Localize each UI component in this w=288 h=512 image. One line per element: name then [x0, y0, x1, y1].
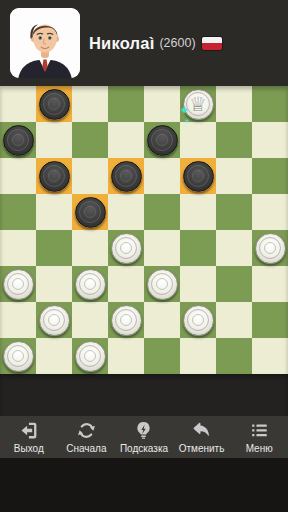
- black-man[interactable]: [39, 161, 70, 192]
- square-g3[interactable]: [216, 266, 252, 302]
- white-man[interactable]: [183, 305, 214, 336]
- undo-curved-arrow-icon: [191, 420, 212, 441]
- square-d4[interactable]: [108, 230, 144, 266]
- square-e5[interactable]: [144, 194, 180, 230]
- square-a5[interactable]: [0, 194, 36, 230]
- square-e3[interactable]: [144, 266, 180, 302]
- bottom-background: [0, 458, 288, 512]
- app-screen: Николаì (2600) ♕✦✦ Выход Сначала: [0, 0, 288, 512]
- square-g5[interactable]: [216, 194, 252, 230]
- square-f3[interactable]: [180, 266, 216, 302]
- square-c7[interactable]: [72, 122, 108, 158]
- white-man[interactable]: [3, 269, 34, 300]
- avatar[interactable]: [10, 8, 80, 78]
- board-lower-margin: [0, 374, 288, 416]
- square-f6[interactable]: [180, 158, 216, 194]
- square-c1[interactable]: [72, 338, 108, 374]
- square-d6[interactable]: [108, 158, 144, 194]
- bottom-toolbar: Выход Сначала Подсказка Отмен: [0, 416, 288, 458]
- square-b7[interactable]: [36, 122, 72, 158]
- black-man[interactable]: [75, 197, 106, 228]
- square-b6[interactable]: [36, 158, 72, 194]
- square-e2[interactable]: [144, 302, 180, 338]
- restart-button[interactable]: Сначала: [58, 418, 116, 457]
- square-b1[interactable]: [36, 338, 72, 374]
- white-man[interactable]: [39, 305, 70, 336]
- square-g8[interactable]: [216, 86, 252, 122]
- square-d1[interactable]: [108, 338, 144, 374]
- square-e4[interactable]: [144, 230, 180, 266]
- square-b3[interactable]: [36, 266, 72, 302]
- square-g6[interactable]: [216, 158, 252, 194]
- sparkle-icon: ✦: [180, 105, 189, 116]
- square-f5[interactable]: [180, 194, 216, 230]
- square-d8[interactable]: [108, 86, 144, 122]
- player-name-row: Николаì (2600): [89, 34, 222, 53]
- white-man[interactable]: [111, 305, 142, 336]
- exit-button[interactable]: Выход: [0, 418, 58, 457]
- square-g4[interactable]: [216, 230, 252, 266]
- white-man[interactable]: [75, 269, 106, 300]
- square-h1[interactable]: [252, 338, 288, 374]
- square-f1[interactable]: [180, 338, 216, 374]
- square-a3[interactable]: [0, 266, 36, 302]
- square-d2[interactable]: [108, 302, 144, 338]
- square-f4[interactable]: [180, 230, 216, 266]
- square-g1[interactable]: [216, 338, 252, 374]
- restart-label: Сначала: [66, 443, 106, 454]
- player-info-bar: Николаì (2600): [0, 0, 288, 86]
- white-man[interactable]: [147, 269, 178, 300]
- white-man[interactable]: [75, 341, 106, 372]
- menu-button[interactable]: Меню: [230, 418, 288, 457]
- square-e7[interactable]: [144, 122, 180, 158]
- square-b4[interactable]: [36, 230, 72, 266]
- square-h8[interactable]: [252, 86, 288, 122]
- square-f8[interactable]: ♕✦✦: [180, 86, 216, 122]
- sparkle-icon: ✦: [185, 118, 190, 124]
- square-a2[interactable]: [0, 302, 36, 338]
- square-h2[interactable]: [252, 302, 288, 338]
- white-man[interactable]: [111, 233, 142, 264]
- square-c4[interactable]: [72, 230, 108, 266]
- player-rating: (2600): [159, 36, 195, 50]
- black-man[interactable]: [111, 161, 142, 192]
- restart-circular-arrows-icon: [76, 420, 97, 441]
- square-b8[interactable]: [36, 86, 72, 122]
- male-avatar-illustration: [10, 8, 80, 78]
- black-man[interactable]: [39, 89, 70, 120]
- square-a7[interactable]: [0, 122, 36, 158]
- poland-flag-icon: [202, 37, 222, 50]
- board: ♕✦✦: [0, 86, 288, 374]
- undo-button[interactable]: Отменить: [173, 418, 231, 457]
- list-menu-icon: [249, 420, 270, 441]
- square-h7[interactable]: [252, 122, 288, 158]
- white-man[interactable]: [255, 233, 286, 264]
- square-h4[interactable]: [252, 230, 288, 266]
- square-a8[interactable]: [0, 86, 36, 122]
- square-c3[interactable]: [72, 266, 108, 302]
- square-c8[interactable]: [72, 86, 108, 122]
- lightbulb-bolt-icon: [133, 420, 154, 441]
- black-man[interactable]: [3, 125, 34, 156]
- black-man[interactable]: [183, 161, 214, 192]
- square-f2[interactable]: [180, 302, 216, 338]
- square-e1[interactable]: [144, 338, 180, 374]
- square-e6[interactable]: [144, 158, 180, 194]
- square-f7[interactable]: [180, 122, 216, 158]
- square-h6[interactable]: [252, 158, 288, 194]
- square-d3[interactable]: [108, 266, 144, 302]
- square-a6[interactable]: [0, 158, 36, 194]
- square-b5[interactable]: [36, 194, 72, 230]
- square-d7[interactable]: [108, 122, 144, 158]
- undo-label: Отменить: [179, 443, 225, 454]
- white-king[interactable]: ♕✦✦: [183, 89, 214, 120]
- black-man[interactable]: [147, 125, 178, 156]
- player-name: Николаì: [89, 34, 154, 53]
- menu-label: Меню: [246, 443, 273, 454]
- square-a1[interactable]: [0, 338, 36, 374]
- square-h5[interactable]: [252, 194, 288, 230]
- square-c5[interactable]: [72, 194, 108, 230]
- square-g2[interactable]: [216, 302, 252, 338]
- exit-door-arrow-icon: [18, 420, 39, 441]
- square-a4[interactable]: [0, 230, 36, 266]
- square-e8[interactable]: [144, 86, 180, 122]
- square-h3[interactable]: [252, 266, 288, 302]
- hint-button[interactable]: Подсказка: [115, 418, 173, 457]
- square-d5[interactable]: [108, 194, 144, 230]
- exit-label: Выход: [14, 443, 44, 454]
- hint-label: Подсказка: [120, 443, 168, 454]
- square-c2[interactable]: [72, 302, 108, 338]
- square-b2[interactable]: [36, 302, 72, 338]
- square-c6[interactable]: [72, 158, 108, 194]
- white-man[interactable]: [3, 341, 34, 372]
- square-g7[interactable]: [216, 122, 252, 158]
